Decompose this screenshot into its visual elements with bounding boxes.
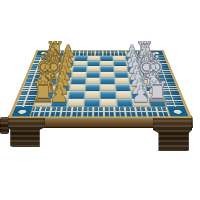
board-square[interactable] xyxy=(100,91,116,99)
front-left-foot xyxy=(8,115,45,147)
board-square[interactable] xyxy=(69,84,85,91)
board-square[interactable] xyxy=(115,84,131,91)
board-grid xyxy=(34,56,167,107)
meander-corner-rosette xyxy=(148,50,164,55)
board-square[interactable] xyxy=(130,84,146,91)
meander-border-bottom xyxy=(10,107,189,117)
meander-corner-rosette xyxy=(166,107,189,117)
board-square[interactable] xyxy=(67,99,84,107)
board-square[interactable] xyxy=(52,91,69,99)
board-square[interactable] xyxy=(132,99,150,107)
board-square[interactable] xyxy=(146,91,164,99)
board-square[interactable] xyxy=(54,84,70,91)
front-right-foot xyxy=(153,115,192,151)
board-square[interactable] xyxy=(100,84,115,91)
board-square[interactable] xyxy=(83,99,100,107)
board-square[interactable] xyxy=(84,91,100,99)
board-square[interactable] xyxy=(50,99,68,107)
board-square[interactable] xyxy=(85,84,100,91)
chess-board xyxy=(8,50,192,118)
board-square[interactable] xyxy=(100,99,117,107)
board-square[interactable] xyxy=(131,91,148,99)
board-square[interactable] xyxy=(115,91,132,99)
board-square[interactable] xyxy=(116,99,133,107)
board-square[interactable] xyxy=(148,99,167,107)
board-square[interactable] xyxy=(68,91,85,99)
board-square[interactable] xyxy=(144,84,161,91)
scene: ♜♞♝♛♚♝♞♜♟♟♟♟♟♟♟♟♟♟♟♟♟♟♟♟♜♞♝♛♚♝♞♜ xyxy=(0,0,200,200)
meander-corner-rosette xyxy=(10,107,33,117)
back-left-foot xyxy=(0,117,9,134)
